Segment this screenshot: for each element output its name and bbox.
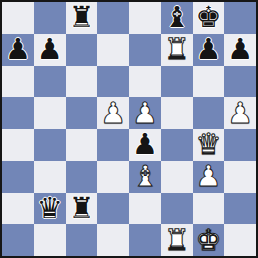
- piece-black-pawn-h7[interactable]: ♟: [227, 35, 253, 64]
- square-e7[interactable]: [129, 34, 161, 66]
- square-b4[interactable]: [34, 129, 66, 161]
- square-a5[interactable]: [2, 97, 34, 129]
- square-a7[interactable]: ♟: [2, 34, 34, 66]
- square-d8[interactable]: [97, 2, 129, 34]
- square-e5[interactable]: ♟: [129, 97, 161, 129]
- square-a2[interactable]: [2, 193, 34, 225]
- square-e4[interactable]: ♟: [129, 129, 161, 161]
- piece-black-king-g8[interactable]: ♚: [195, 3, 221, 32]
- square-c8[interactable]: ♜: [66, 2, 98, 34]
- piece-black-rook-c2[interactable]: ♜: [68, 194, 94, 223]
- square-a6[interactable]: [2, 66, 34, 98]
- square-a4[interactable]: [2, 129, 34, 161]
- square-c7[interactable]: [66, 34, 98, 66]
- piece-black-pawn-b7[interactable]: ♟: [37, 35, 63, 64]
- square-h5[interactable]: ♟: [224, 97, 256, 129]
- square-a3[interactable]: [2, 161, 34, 193]
- square-g7[interactable]: ♟: [193, 34, 225, 66]
- square-h1[interactable]: [224, 224, 256, 256]
- square-a8[interactable]: [2, 2, 34, 34]
- piece-black-rook-c8[interactable]: ♜: [68, 3, 94, 32]
- piece-black-pawn-g7[interactable]: ♟: [195, 35, 221, 64]
- square-f5[interactable]: [161, 97, 193, 129]
- square-d1[interactable]: [97, 224, 129, 256]
- square-c5[interactable]: [66, 97, 98, 129]
- square-e6[interactable]: [129, 66, 161, 98]
- square-g5[interactable]: [193, 97, 225, 129]
- square-d3[interactable]: [97, 161, 129, 193]
- square-d7[interactable]: [97, 34, 129, 66]
- square-g4[interactable]: ♛: [193, 129, 225, 161]
- square-b7[interactable]: ♟: [34, 34, 66, 66]
- square-d6[interactable]: [97, 66, 129, 98]
- square-b2[interactable]: ♛: [34, 193, 66, 225]
- square-f1[interactable]: ♜: [161, 224, 193, 256]
- square-f8[interactable]: ♝: [161, 2, 193, 34]
- square-f2[interactable]: [161, 193, 193, 225]
- square-c6[interactable]: [66, 66, 98, 98]
- square-e3[interactable]: ♝: [129, 161, 161, 193]
- square-e2[interactable]: [129, 193, 161, 225]
- piece-white-queen-g4[interactable]: ♛: [195, 130, 221, 159]
- square-c4[interactable]: [66, 129, 98, 161]
- square-e1[interactable]: [129, 224, 161, 256]
- square-d4[interactable]: [97, 129, 129, 161]
- square-h7[interactable]: ♟: [224, 34, 256, 66]
- piece-white-pawn-d5[interactable]: ♟: [100, 99, 126, 128]
- square-e8[interactable]: [129, 2, 161, 34]
- square-a1[interactable]: [2, 224, 34, 256]
- square-c1[interactable]: [66, 224, 98, 256]
- square-f3[interactable]: [161, 161, 193, 193]
- square-b8[interactable]: [34, 2, 66, 34]
- piece-white-rook-f7[interactable]: ♜: [164, 35, 190, 64]
- square-c3[interactable]: [66, 161, 98, 193]
- piece-black-queen-b2[interactable]: ♛: [37, 194, 63, 223]
- square-b1[interactable]: [34, 224, 66, 256]
- square-h8[interactable]: [224, 2, 256, 34]
- square-g8[interactable]: ♚: [193, 2, 225, 34]
- square-f4[interactable]: [161, 129, 193, 161]
- square-h6[interactable]: [224, 66, 256, 98]
- piece-white-bishop-e3[interactable]: ♝: [132, 162, 158, 191]
- square-h3[interactable]: [224, 161, 256, 193]
- piece-white-pawn-g3[interactable]: ♟: [195, 162, 221, 191]
- square-b5[interactable]: [34, 97, 66, 129]
- piece-black-pawn-a7[interactable]: ♟: [5, 35, 31, 64]
- square-b3[interactable]: [34, 161, 66, 193]
- square-d5[interactable]: ♟: [97, 97, 129, 129]
- piece-black-pawn-e4[interactable]: ♟: [132, 130, 158, 159]
- square-c2[interactable]: ♜: [66, 193, 98, 225]
- square-f6[interactable]: [161, 66, 193, 98]
- square-g3[interactable]: ♟: [193, 161, 225, 193]
- piece-white-rook-f1[interactable]: ♜: [164, 226, 190, 255]
- piece-white-king-g1[interactable]: ♚: [195, 226, 221, 255]
- chess-board: ♜♝♚♟♟♜♟♟♟♟♟♟♛♝♟♛♜♜♚: [0, 0, 258, 258]
- square-g2[interactable]: [193, 193, 225, 225]
- square-g6[interactable]: [193, 66, 225, 98]
- square-d2[interactable]: [97, 193, 129, 225]
- square-b6[interactable]: [34, 66, 66, 98]
- square-h4[interactable]: [224, 129, 256, 161]
- piece-white-pawn-h5[interactable]: ♟: [227, 99, 253, 128]
- square-h2[interactable]: [224, 193, 256, 225]
- piece-white-pawn-e5[interactable]: ♟: [132, 99, 158, 128]
- piece-black-bishop-f8[interactable]: ♝: [164, 3, 190, 32]
- square-g1[interactable]: ♚: [193, 224, 225, 256]
- square-f7[interactable]: ♜: [161, 34, 193, 66]
